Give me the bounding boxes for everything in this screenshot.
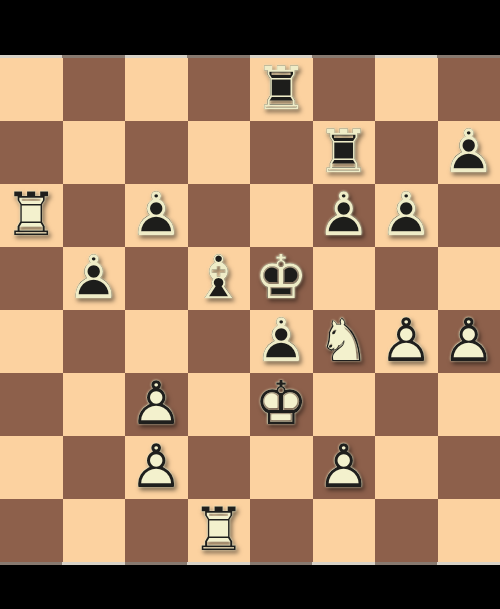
chess-board: ♜♖♜♖♟♙♜♖♟♙♟♙♟♙♟♙♝♗♚♔♟♙♞♘♟♙♟♙♟♙♚♔♟♙♟♙♜♖ <box>0 58 500 562</box>
square-h3[interactable] <box>438 373 500 436</box>
square-d3[interactable] <box>188 373 251 436</box>
square-f4[interactable]: ♞♘ <box>313 310 376 373</box>
black-pawn-b5: ♟♙ <box>63 247 126 310</box>
square-e3[interactable]: ♚♔ <box>250 373 313 436</box>
square-c4[interactable] <box>125 310 188 373</box>
square-d4[interactable] <box>188 310 251 373</box>
square-b2[interactable] <box>63 436 126 499</box>
square-c3[interactable]: ♟♙ <box>125 373 188 436</box>
square-f3[interactable] <box>313 373 376 436</box>
square-f1[interactable] <box>313 499 376 562</box>
square-e8[interactable]: ♜♖ <box>250 58 313 121</box>
square-e2[interactable] <box>250 436 313 499</box>
white-rook-a6: ♜♖ <box>0 184 63 247</box>
square-e1[interactable] <box>250 499 313 562</box>
square-a1[interactable] <box>0 499 63 562</box>
square-d1[interactable]: ♜♖ <box>188 499 251 562</box>
white-pawn-h4: ♟♙ <box>438 310 500 373</box>
black-pawn-c6: ♟♙ <box>125 184 188 247</box>
square-c7[interactable] <box>125 121 188 184</box>
square-a4[interactable] <box>0 310 63 373</box>
black-bishop-d5: ♝♗ <box>188 247 251 310</box>
chess-app-viewport: ♜♖♜♖♟♙♜♖♟♙♟♙♟♙♟♙♝♗♚♔♟♙♞♘♟♙♟♙♟♙♚♔♟♙♟♙♜♖ <box>0 0 500 609</box>
square-f7[interactable]: ♜♖ <box>313 121 376 184</box>
square-h6[interactable] <box>438 184 500 247</box>
square-b6[interactable] <box>63 184 126 247</box>
white-pawn-c2: ♟♙ <box>125 436 188 499</box>
square-d5[interactable]: ♝♗ <box>188 247 251 310</box>
square-g5[interactable] <box>375 247 438 310</box>
black-pawn-e4: ♟♙ <box>250 310 313 373</box>
square-d6[interactable] <box>188 184 251 247</box>
square-b1[interactable] <box>63 499 126 562</box>
black-king-e5: ♚♔ <box>250 247 313 310</box>
black-pawn-h7: ♟♙ <box>438 121 500 184</box>
square-e5[interactable]: ♚♔ <box>250 247 313 310</box>
square-g6[interactable]: ♟♙ <box>375 184 438 247</box>
black-rook-e8: ♜♖ <box>250 58 313 121</box>
square-g2[interactable] <box>375 436 438 499</box>
square-f5[interactable] <box>313 247 376 310</box>
square-f8[interactable] <box>313 58 376 121</box>
square-a6[interactable]: ♜♖ <box>0 184 63 247</box>
square-b8[interactable] <box>63 58 126 121</box>
square-g1[interactable] <box>375 499 438 562</box>
square-c2[interactable]: ♟♙ <box>125 436 188 499</box>
square-f2[interactable]: ♟♙ <box>313 436 376 499</box>
square-a2[interactable] <box>0 436 63 499</box>
board-bottom-edge <box>0 562 500 565</box>
black-pawn-g6: ♟♙ <box>375 184 438 247</box>
square-a5[interactable] <box>0 247 63 310</box>
square-h8[interactable] <box>438 58 500 121</box>
square-d8[interactable] <box>188 58 251 121</box>
white-pawn-g4: ♟♙ <box>375 310 438 373</box>
square-f6[interactable]: ♟♙ <box>313 184 376 247</box>
square-b7[interactable] <box>63 121 126 184</box>
square-e4[interactable]: ♟♙ <box>250 310 313 373</box>
square-e6[interactable] <box>250 184 313 247</box>
square-g8[interactable] <box>375 58 438 121</box>
square-c6[interactable]: ♟♙ <box>125 184 188 247</box>
square-a3[interactable] <box>0 373 63 436</box>
chess-board-area: ♜♖♜♖♟♙♜♖♟♙♟♙♟♙♟♙♝♗♚♔♟♙♞♘♟♙♟♙♟♙♚♔♟♙♟♙♜♖ <box>0 55 500 565</box>
white-pawn-f2: ♟♙ <box>313 436 376 499</box>
white-pawn-c3: ♟♙ <box>125 373 188 436</box>
square-g7[interactable] <box>375 121 438 184</box>
square-h5[interactable] <box>438 247 500 310</box>
white-king-e3: ♚♔ <box>250 373 313 436</box>
square-b4[interactable] <box>63 310 126 373</box>
square-h7[interactable]: ♟♙ <box>438 121 500 184</box>
black-pawn-f6: ♟♙ <box>313 184 376 247</box>
square-d7[interactable] <box>188 121 251 184</box>
square-b3[interactable] <box>63 373 126 436</box>
black-rook-f7: ♜♖ <box>313 121 376 184</box>
square-c5[interactable] <box>125 247 188 310</box>
square-h1[interactable] <box>438 499 500 562</box>
square-e7[interactable] <box>250 121 313 184</box>
square-h4[interactable]: ♟♙ <box>438 310 500 373</box>
square-c8[interactable] <box>125 58 188 121</box>
square-b5[interactable]: ♟♙ <box>63 247 126 310</box>
white-knight-f4: ♞♘ <box>313 310 376 373</box>
square-h2[interactable] <box>438 436 500 499</box>
square-a7[interactable] <box>0 121 63 184</box>
white-rook-d1: ♜♖ <box>188 499 251 562</box>
square-g3[interactable] <box>375 373 438 436</box>
square-c1[interactable] <box>125 499 188 562</box>
square-d2[interactable] <box>188 436 251 499</box>
square-a8[interactable] <box>0 58 63 121</box>
square-g4[interactable]: ♟♙ <box>375 310 438 373</box>
